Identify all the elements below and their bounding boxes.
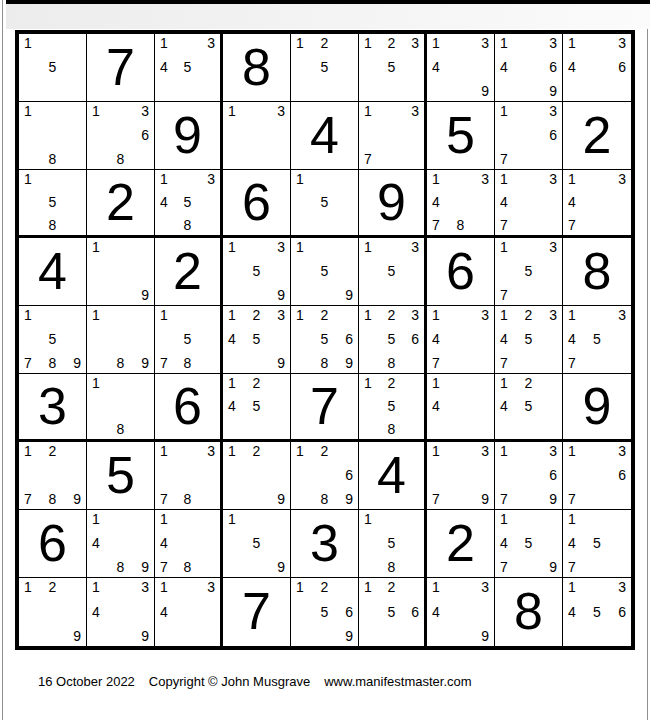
candidate-pos-4 xyxy=(364,601,382,622)
candidate-pos-7 xyxy=(432,416,451,436)
candidates: 14 xyxy=(427,374,494,439)
candidate-pos-5 xyxy=(519,192,538,212)
cell-r1c1[interactable]: 15 xyxy=(19,34,87,102)
candidate-pos-2 xyxy=(43,172,62,192)
solved-digit: 6 xyxy=(38,517,67,569)
cell-r7c9[interactable]: 1367 xyxy=(563,442,631,510)
candidates: 1489 xyxy=(87,510,154,577)
candidate-pos-4: 4 xyxy=(500,533,519,554)
candidate-pos-6: 6 xyxy=(538,57,557,78)
candidate-pos-2 xyxy=(43,104,62,125)
candidate-pos-8 xyxy=(178,77,196,98)
cell-r3c3[interactable]: 13458 xyxy=(155,170,223,238)
cell-r1c9[interactable]: 1346 xyxy=(563,34,631,102)
candidate-pos-1: 1 xyxy=(500,36,519,57)
cell-r3c7[interactable]: 13478 xyxy=(427,170,495,238)
candidate-pos-2: 2 xyxy=(315,580,334,601)
solved-digit: 9 xyxy=(377,176,406,228)
cell-r9c1[interactable]: 129 xyxy=(19,578,87,646)
candidate-pos-8 xyxy=(451,77,470,98)
cell-r7c7[interactable]: 1379 xyxy=(427,442,495,510)
candidate-pos-3 xyxy=(470,376,489,396)
cell-r9c4[interactable]: 7 xyxy=(223,578,291,646)
candidate-pos-9 xyxy=(470,416,489,436)
candidate-pos-8 xyxy=(247,349,266,370)
candidate-pos-6: 6 xyxy=(607,57,626,78)
candidates: 13679 xyxy=(495,442,562,509)
candidate-pos-1: 1 xyxy=(296,444,315,465)
candidates: 13458 xyxy=(155,170,220,235)
candidate-pos-5: 5 xyxy=(315,261,334,282)
candidate-pos-8: 8 xyxy=(111,553,130,574)
candidate-pos-3: 3 xyxy=(470,308,489,329)
candidate-pos-8 xyxy=(519,212,538,232)
cell-r4c5[interactable]: 159 xyxy=(291,238,359,306)
cell-r8c5[interactable]: 3 xyxy=(291,510,359,578)
candidate-pos-9 xyxy=(470,212,489,232)
candidate-pos-2 xyxy=(519,444,538,465)
candidate-pos-5 xyxy=(111,601,130,622)
cell-r2c7[interactable]: 5 xyxy=(427,102,495,170)
candidate-pos-1: 1 xyxy=(432,308,451,329)
candidate-pos-6 xyxy=(334,261,353,282)
candidate-pos-9 xyxy=(62,212,81,232)
candidate-pos-3: 3 xyxy=(401,104,419,125)
candidates: 18 xyxy=(19,102,86,169)
candidate-pos-7 xyxy=(160,212,178,232)
candidate-pos-7: 7 xyxy=(500,212,519,232)
candidate-pos-4 xyxy=(364,396,382,416)
candidate-pos-1: 1 xyxy=(228,376,247,396)
cell-r8c2[interactable]: 1489 xyxy=(87,510,155,578)
cell-r8c4[interactable]: 159 xyxy=(223,510,291,578)
candidate-pos-7 xyxy=(500,77,519,98)
candidate-pos-2 xyxy=(519,104,538,125)
candidate-pos-6 xyxy=(607,533,626,554)
candidate-pos-2: 2 xyxy=(519,376,538,396)
candidate-pos-1: 1 xyxy=(500,104,519,125)
candidate-pos-8: 8 xyxy=(43,485,62,506)
cell-r4c9[interactable]: 8 xyxy=(563,238,631,306)
cell-r1c2[interactable]: 7 xyxy=(87,34,155,102)
candidate-pos-4: 4 xyxy=(432,57,451,78)
candidates: 123568 xyxy=(359,306,424,373)
cell-r6c8[interactable]: 1245 xyxy=(495,374,563,442)
candidate-pos-4: 4 xyxy=(160,57,178,78)
candidate-pos-9: 9 xyxy=(334,622,353,643)
candidate-pos-2 xyxy=(382,240,400,261)
candidate-pos-3 xyxy=(266,512,285,533)
cell-r2c3[interactable]: 9 xyxy=(155,102,223,170)
candidates: 1235 xyxy=(359,34,424,101)
cell-r8c7[interactable]: 2 xyxy=(427,510,495,578)
candidate-pos-4: 4 xyxy=(568,192,587,212)
candidate-pos-8 xyxy=(451,416,470,436)
candidate-pos-7 xyxy=(228,349,247,370)
cell-r5c6[interactable]: 123568 xyxy=(359,306,427,374)
cell-r3c2[interactable]: 2 xyxy=(87,170,155,238)
cell-r5c7[interactable]: 1347 xyxy=(427,306,495,374)
cell-r3c1[interactable]: 158 xyxy=(19,170,87,238)
candidate-pos-2: 2 xyxy=(382,376,400,396)
candidate-pos-1: 1 xyxy=(432,172,451,192)
cell-r4c7[interactable]: 6 xyxy=(427,238,495,306)
candidate-pos-2 xyxy=(43,308,62,329)
candidate-pos-9 xyxy=(62,145,81,166)
candidates: 1367 xyxy=(495,102,562,169)
candidates: 1349 xyxy=(427,34,494,101)
cell-r6c6[interactable]: 1258 xyxy=(359,374,427,442)
candidate-pos-1: 1 xyxy=(160,308,178,329)
cell-r4c4[interactable]: 1359 xyxy=(223,238,291,306)
candidate-pos-6 xyxy=(401,533,419,554)
cell-r2c2[interactable]: 1368 xyxy=(87,102,155,170)
candidate-pos-6 xyxy=(538,396,557,416)
solved-digit: 7 xyxy=(242,585,271,637)
cell-r6c9[interactable]: 9 xyxy=(563,374,631,442)
candidates: 189 xyxy=(87,306,154,373)
candidate-pos-8: 8 xyxy=(178,212,196,232)
candidate-pos-9 xyxy=(607,212,626,232)
candidate-pos-4 xyxy=(296,329,315,350)
cell-r2c5[interactable]: 4 xyxy=(291,102,359,170)
cell-r9c3[interactable]: 134 xyxy=(155,578,223,646)
solved-digit: 4 xyxy=(377,449,406,501)
cell-r5c1[interactable]: 15789 xyxy=(19,306,87,374)
candidate-pos-8: 8 xyxy=(111,349,130,370)
candidate-pos-1: 1 xyxy=(92,104,111,125)
solved-digit: 9 xyxy=(583,380,612,432)
cell-r8c3[interactable]: 1478 xyxy=(155,510,223,578)
cell-r2c6[interactable]: 137 xyxy=(359,102,427,170)
candidate-pos-9 xyxy=(197,622,215,643)
cell-r6c3[interactable]: 6 xyxy=(155,374,223,442)
candidate-pos-6 xyxy=(266,329,285,350)
candidate-pos-1: 1 xyxy=(92,308,111,329)
candidate-pos-9: 9 xyxy=(130,349,149,370)
candidate-pos-5 xyxy=(247,125,266,146)
candidate-pos-8 xyxy=(315,77,334,98)
candidates: 129 xyxy=(223,442,290,509)
candidate-pos-5: 5 xyxy=(247,261,266,282)
candidate-pos-9 xyxy=(266,145,285,166)
candidate-pos-2: 2 xyxy=(247,308,266,329)
cell-r7c3[interactable]: 1378 xyxy=(155,442,223,510)
solved-digit: 7 xyxy=(310,380,339,432)
header-strip xyxy=(6,4,650,29)
candidate-pos-9: 9 xyxy=(538,77,557,98)
candidate-pos-3 xyxy=(62,172,81,192)
candidate-pos-2 xyxy=(451,308,470,329)
candidate-pos-4: 4 xyxy=(228,329,247,350)
candidate-pos-8 xyxy=(315,622,334,643)
candidate-pos-1: 1 xyxy=(24,444,43,465)
candidate-pos-9 xyxy=(401,77,419,98)
cell-r6c2[interactable]: 18 xyxy=(87,374,155,442)
candidate-pos-1: 1 xyxy=(24,104,43,125)
cell-r7c1[interactable]: 12789 xyxy=(19,442,87,510)
candidates: 1478 xyxy=(155,510,220,577)
candidate-pos-7: 7 xyxy=(500,349,519,370)
candidate-pos-3 xyxy=(266,376,285,396)
cell-r1c3[interactable]: 1345 xyxy=(155,34,223,102)
candidate-pos-7: 7 xyxy=(160,553,178,574)
candidate-pos-7 xyxy=(296,485,315,506)
candidate-pos-1: 1 xyxy=(24,172,43,192)
candidate-pos-6 xyxy=(470,396,489,416)
candidate-pos-3: 3 xyxy=(538,104,557,125)
candidate-pos-8 xyxy=(247,145,266,166)
candidate-pos-4: 4 xyxy=(500,396,519,416)
candidate-pos-3 xyxy=(607,512,626,533)
candidate-pos-3 xyxy=(334,36,353,57)
cell-r3c5[interactable]: 15 xyxy=(291,170,359,238)
candidate-pos-7 xyxy=(92,349,111,370)
candidates: 1345 xyxy=(155,34,220,101)
candidate-pos-1: 1 xyxy=(432,580,451,601)
candidate-pos-4: 4 xyxy=(160,533,178,554)
cell-r5c4[interactable]: 123459 xyxy=(223,306,291,374)
candidate-pos-9: 9 xyxy=(334,349,353,370)
cell-r7c5[interactable]: 12689 xyxy=(291,442,359,510)
cell-r3c9[interactable]: 1347 xyxy=(563,170,631,238)
cell-r5c8[interactable]: 123457 xyxy=(495,306,563,374)
candidate-pos-6: 6 xyxy=(334,329,353,350)
candidate-pos-4 xyxy=(24,125,43,146)
candidates: 125 xyxy=(291,34,358,101)
cell-r5c5[interactable]: 125689 xyxy=(291,306,359,374)
candidate-pos-7: 7 xyxy=(432,349,451,370)
candidate-pos-3: 3 xyxy=(538,444,557,465)
solved-digit: 6 xyxy=(173,380,202,432)
candidate-pos-1: 1 xyxy=(92,580,111,601)
candidate-pos-1: 1 xyxy=(364,580,382,601)
cell-r4c8[interactable]: 1357 xyxy=(495,238,563,306)
candidates: 13456 xyxy=(563,578,631,646)
candidate-pos-1: 1 xyxy=(228,308,247,329)
candidate-pos-7 xyxy=(568,77,587,98)
cell-r7c4[interactable]: 129 xyxy=(223,442,291,510)
cell-r8c1[interactable]: 6 xyxy=(19,510,87,578)
candidate-pos-9 xyxy=(607,622,626,643)
candidate-pos-6 xyxy=(401,125,419,146)
candidate-pos-1: 1 xyxy=(568,512,587,533)
candidate-pos-7: 7 xyxy=(432,212,451,232)
candidate-pos-9: 9 xyxy=(62,485,81,506)
candidate-pos-4: 4 xyxy=(160,192,178,212)
candidate-pos-8 xyxy=(587,553,606,574)
candidate-pos-6 xyxy=(266,465,285,486)
candidate-pos-3: 3 xyxy=(401,308,419,329)
candidate-pos-1: 1 xyxy=(500,444,519,465)
candidate-pos-8 xyxy=(382,77,400,98)
cell-r9c6[interactable]: 1256 xyxy=(359,578,427,646)
candidate-pos-3: 3 xyxy=(470,444,489,465)
candidate-pos-1: 1 xyxy=(364,512,382,533)
candidates: 13 xyxy=(223,102,290,169)
candidate-pos-4: 4 xyxy=(500,329,519,350)
candidate-pos-3: 3 xyxy=(401,240,419,261)
candidate-pos-4 xyxy=(228,261,247,282)
cell-r9c2[interactable]: 1349 xyxy=(87,578,155,646)
cell-r8c8[interactable]: 14579 xyxy=(495,510,563,578)
candidate-pos-6 xyxy=(401,396,419,416)
candidate-pos-2 xyxy=(315,240,334,261)
solved-digit: 2 xyxy=(583,109,612,161)
candidate-pos-6 xyxy=(197,465,215,486)
cell-r1c7[interactable]: 1349 xyxy=(427,34,495,102)
cell-r1c8[interactable]: 13469 xyxy=(495,34,563,102)
candidate-pos-8: 8 xyxy=(43,212,62,232)
candidate-pos-4: 4 xyxy=(500,57,519,78)
candidate-pos-8 xyxy=(382,622,400,643)
candidates: 1347 xyxy=(563,170,631,235)
candidate-pos-4 xyxy=(24,57,43,78)
cell-r8c9[interactable]: 1457 xyxy=(563,510,631,578)
candidate-pos-7 xyxy=(296,622,315,643)
candidates: 15789 xyxy=(19,306,86,373)
candidate-pos-3 xyxy=(197,512,215,533)
candidate-pos-5: 5 xyxy=(43,329,62,350)
candidate-pos-1: 1 xyxy=(364,308,382,329)
cell-r1c6[interactable]: 1235 xyxy=(359,34,427,102)
candidates: 12689 xyxy=(291,442,358,509)
candidate-pos-2 xyxy=(587,172,606,192)
cell-r5c3[interactable]: 1578 xyxy=(155,306,223,374)
cell-r6c4[interactable]: 1245 xyxy=(223,374,291,442)
cell-r2c8[interactable]: 1367 xyxy=(495,102,563,170)
candidate-pos-7: 7 xyxy=(500,145,519,166)
candidate-pos-9 xyxy=(401,416,419,436)
candidate-pos-3 xyxy=(334,172,353,192)
cell-r6c5[interactable]: 7 xyxy=(291,374,359,442)
cell-r7c8[interactable]: 13679 xyxy=(495,442,563,510)
cell-r4c3[interactable]: 2 xyxy=(155,238,223,306)
cell-r6c7[interactable]: 14 xyxy=(427,374,495,442)
candidate-pos-5 xyxy=(451,396,470,416)
candidate-pos-3: 3 xyxy=(607,444,626,465)
cell-r7c6[interactable]: 4 xyxy=(359,442,427,510)
candidate-pos-6 xyxy=(334,57,353,78)
candidate-pos-7 xyxy=(296,77,315,98)
candidate-pos-9: 9 xyxy=(130,622,149,643)
candidates: 159 xyxy=(223,510,290,577)
solved-digit: 3 xyxy=(310,517,339,569)
cell-r2c4[interactable]: 13 xyxy=(223,102,291,170)
candidate-pos-3: 3 xyxy=(130,104,149,125)
candidate-pos-6: 6 xyxy=(401,601,419,622)
solved-digit: 5 xyxy=(106,449,135,501)
cell-r4c1[interactable]: 4 xyxy=(19,238,87,306)
cell-r5c2[interactable]: 189 xyxy=(87,306,155,374)
candidate-pos-2: 2 xyxy=(315,308,334,329)
candidate-pos-1: 1 xyxy=(296,36,315,57)
cell-r9c5[interactable]: 12569 xyxy=(291,578,359,646)
candidate-pos-2 xyxy=(315,172,334,192)
candidate-pos-8 xyxy=(451,349,470,370)
candidate-pos-9 xyxy=(607,349,626,370)
candidate-pos-5 xyxy=(247,465,266,486)
candidate-pos-1: 1 xyxy=(92,512,111,533)
cell-r3c4[interactable]: 6 xyxy=(223,170,291,238)
cell-r7c2[interactable]: 5 xyxy=(87,442,155,510)
candidate-pos-7 xyxy=(364,553,382,574)
cell-r5c9[interactable]: 13457 xyxy=(563,306,631,374)
solved-digit: 5 xyxy=(446,109,475,161)
candidate-pos-4 xyxy=(24,329,43,350)
cell-r3c6[interactable]: 9 xyxy=(359,170,427,238)
candidate-pos-5 xyxy=(111,261,130,282)
candidate-pos-7: 7 xyxy=(364,145,382,166)
candidate-pos-4 xyxy=(228,533,247,554)
candidate-pos-2 xyxy=(451,376,470,396)
candidate-pos-6: 6 xyxy=(334,465,353,486)
candidate-pos-8 xyxy=(43,77,62,98)
candidate-pos-9 xyxy=(401,349,419,370)
candidate-pos-9 xyxy=(334,77,353,98)
cell-r9c8[interactable]: 8 xyxy=(495,578,563,646)
candidate-pos-3: 3 xyxy=(470,580,489,601)
candidate-pos-9: 9 xyxy=(130,281,149,302)
candidate-pos-4: 4 xyxy=(432,601,451,622)
candidate-pos-4 xyxy=(364,533,382,554)
cell-r4c2[interactable]: 19 xyxy=(87,238,155,306)
candidate-pos-6: 6 xyxy=(538,465,557,486)
candidate-pos-4: 4 xyxy=(92,533,111,554)
cell-r4c6[interactable]: 135 xyxy=(359,238,427,306)
cell-r1c4[interactable]: 8 xyxy=(223,34,291,102)
candidate-pos-6 xyxy=(538,261,557,282)
candidate-pos-8 xyxy=(43,622,62,643)
candidate-pos-2 xyxy=(247,240,266,261)
candidate-pos-4: 4 xyxy=(568,57,587,78)
candidate-pos-6 xyxy=(401,57,419,78)
candidate-pos-2 xyxy=(111,308,130,329)
candidates: 13478 xyxy=(427,170,494,235)
candidate-pos-8 xyxy=(519,553,538,574)
cell-r9c7[interactable]: 1349 xyxy=(427,578,495,646)
cell-r8c6[interactable]: 158 xyxy=(359,510,427,578)
solved-digit: 6 xyxy=(446,245,475,297)
candidate-pos-3: 3 xyxy=(607,308,626,329)
cell-r1c5[interactable]: 125 xyxy=(291,34,359,102)
candidate-pos-7 xyxy=(24,212,43,232)
candidate-pos-1: 1 xyxy=(500,240,519,261)
solved-digit: 2 xyxy=(106,176,135,228)
cell-r9c9[interactable]: 13456 xyxy=(563,578,631,646)
candidate-pos-7: 7 xyxy=(568,349,587,370)
candidates: 159 xyxy=(291,238,358,305)
candidate-pos-2 xyxy=(451,580,470,601)
cell-r6c1[interactable]: 3 xyxy=(19,374,87,442)
cell-r3c8[interactable]: 1347 xyxy=(495,170,563,238)
candidate-pos-5 xyxy=(587,465,606,486)
candidate-pos-1: 1 xyxy=(296,240,315,261)
cell-r2c1[interactable]: 18 xyxy=(19,102,87,170)
candidate-pos-5: 5 xyxy=(315,329,334,350)
candidate-pos-3: 3 xyxy=(197,444,215,465)
candidate-pos-6: 6 xyxy=(538,125,557,146)
candidates: 1578 xyxy=(155,306,220,373)
candidate-pos-7 xyxy=(92,281,111,302)
candidate-pos-1: 1 xyxy=(568,36,587,57)
candidate-pos-9: 9 xyxy=(470,77,489,98)
candidate-pos-9: 9 xyxy=(470,485,489,506)
cell-r2c9[interactable]: 2 xyxy=(563,102,631,170)
candidate-pos-7 xyxy=(500,416,519,436)
candidate-pos-5 xyxy=(178,465,196,486)
candidate-pos-1: 1 xyxy=(364,240,382,261)
